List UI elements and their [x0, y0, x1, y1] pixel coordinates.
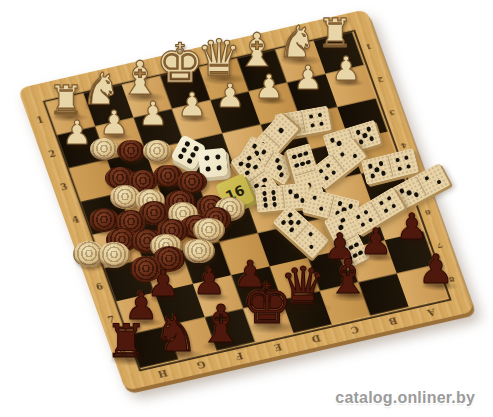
- rank-label-left-5: 5: [78, 247, 97, 261]
- rank-label-right-6: 6: [418, 205, 437, 219]
- rank-label-left-1: 1: [31, 114, 50, 128]
- pip: [436, 178, 442, 184]
- file-label-b: B: [383, 313, 402, 327]
- rank-label-left-8: 8: [114, 347, 133, 361]
- rank-label-left-7: 7: [102, 313, 121, 327]
- file-label-h: H: [153, 366, 172, 380]
- rank-label-right-5: 5: [406, 172, 425, 186]
- rank-label-right-2: 2: [371, 72, 390, 86]
- file-label-e: E: [268, 339, 287, 353]
- file-label-d: D: [306, 331, 325, 345]
- watermark: catalog.onliner.by: [335, 389, 475, 407]
- chess-board: 1122334455667788HGFEDCBA: [18, 9, 475, 391]
- rank-label-right-1: 1: [359, 39, 378, 53]
- file-label-f: F: [229, 348, 248, 362]
- rank-label-left-2: 2: [43, 147, 62, 161]
- rank-label-right-8: 8: [442, 272, 461, 286]
- file-label-a: A: [421, 304, 440, 318]
- rank-label-left-6: 6: [90, 280, 109, 294]
- rank-label-right-3: 3: [382, 106, 401, 120]
- rank-label-left-3: 3: [54, 180, 73, 194]
- file-label-c: C: [345, 322, 364, 336]
- product-photo-game-set: 1122334455667788HGFEDCBA ♜♞♝♚♛♝♞♜♟♟♟♟♟♟♟…: [0, 0, 493, 417]
- rank-label-left-4: 4: [66, 214, 85, 228]
- file-label-g: G: [191, 357, 210, 371]
- rank-label-right-7: 7: [430, 239, 449, 253]
- rank-label-right-4: 4: [394, 139, 413, 153]
